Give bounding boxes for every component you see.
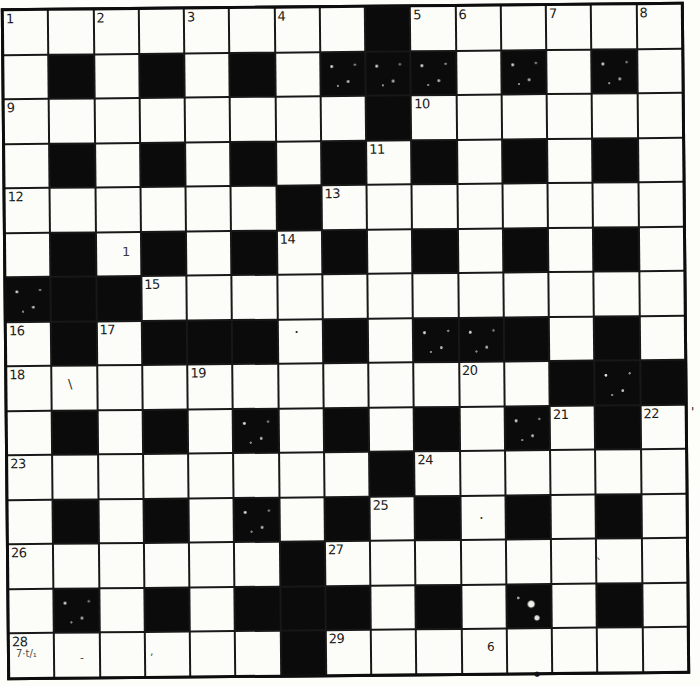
clue-number: 14	[280, 231, 296, 246]
cell-r3c12[interactable]	[503, 95, 547, 138]
cell-r5c14[interactable]	[594, 183, 638, 226]
cell-r2c8	[321, 52, 365, 95]
cell-r11c10[interactable]: 24	[415, 452, 459, 495]
cell-r10c15[interactable]: 22	[641, 406, 685, 449]
cell-r8c13[interactable]	[550, 317, 594, 360]
cell-r10c1[interactable]	[8, 412, 52, 455]
cell-r6c15[interactable]	[640, 227, 684, 270]
cell-r4c10	[412, 141, 456, 184]
cell-r9c11[interactable]: 20	[460, 363, 504, 406]
cell-r9c7[interactable]	[279, 364, 323, 407]
cell-r3c4[interactable]	[140, 99, 184, 142]
cell-r13c10[interactable]	[416, 541, 460, 584]
cell-r13c13[interactable]	[552, 540, 596, 583]
clue-number: 20	[462, 363, 478, 378]
cell-r3c8[interactable]	[322, 97, 366, 140]
cell-r4c12	[503, 140, 547, 183]
cell-r7c8[interactable]	[323, 275, 367, 318]
cell-r15c7	[281, 632, 325, 675]
cell-r13c8[interactable]: 27	[326, 542, 370, 585]
cell-r11c2[interactable]	[53, 456, 97, 499]
cell-r14c1[interactable]	[9, 590, 53, 633]
cell-r3c5[interactable]	[186, 98, 230, 141]
cell-r11c5[interactable]	[189, 454, 233, 497]
cell-r6c6	[232, 231, 276, 274]
cell-r13c7	[281, 543, 325, 586]
cell-r12c9[interactable]: 25	[371, 497, 415, 540]
clue-number: 17	[99, 322, 115, 337]
cell-r1c15[interactable]: 8	[638, 5, 682, 48]
cell-r13c5[interactable]	[190, 543, 234, 586]
cell-r7c2	[52, 278, 96, 321]
cell-r9c1[interactable]: 18	[7, 367, 51, 410]
cell-r15c8[interactable]: 29	[327, 631, 371, 674]
cell-r7c12[interactable]	[504, 273, 548, 316]
cell-r12c12	[506, 496, 550, 539]
cell-r9c15	[641, 361, 685, 404]
cell-r15c2[interactable]	[55, 634, 99, 677]
cell-r3c6[interactable]	[231, 98, 275, 141]
cell-r11c7[interactable]	[280, 454, 324, 497]
cell-r2c2	[50, 55, 94, 98]
cell-r13c11[interactable]	[462, 541, 506, 584]
cell-r13c4[interactable]	[145, 544, 189, 587]
cell-r7c3	[97, 277, 141, 320]
cell-r10c13[interactable]: 21	[551, 406, 595, 449]
clue-number: 27	[328, 542, 344, 557]
cell-r4c15[interactable]	[639, 138, 683, 181]
cell-r8c9[interactable]	[369, 319, 413, 362]
cell-r10c3[interactable]	[98, 411, 142, 454]
cell-r10c9[interactable]	[370, 408, 414, 451]
cell-r9c3[interactable]	[98, 366, 142, 409]
cell-r15c11[interactable]	[462, 630, 506, 673]
cell-r12c8	[325, 498, 369, 541]
cell-r9c6[interactable]	[234, 365, 278, 408]
cell-r13c1[interactable]: 26	[9, 545, 53, 588]
clue-number: 19	[190, 366, 206, 381]
cell-r12c7[interactable]	[280, 498, 324, 541]
cell-r13c2[interactable]	[54, 545, 98, 588]
cell-r9c5[interactable]: 19	[188, 365, 232, 408]
cell-r2c9	[366, 52, 410, 95]
cell-r10c5[interactable]	[189, 410, 233, 453]
cell-r3c1[interactable]: 9	[5, 100, 49, 143]
clue-number: 7	[549, 6, 557, 21]
cell-r11c8[interactable]	[325, 453, 369, 496]
clue-number: 26	[11, 545, 27, 560]
cell-r11c9	[370, 453, 414, 496]
cell-r7c6[interactable]	[233, 276, 277, 319]
clue-number: 28	[12, 635, 28, 650]
cell-r8c7[interactable]	[278, 320, 322, 363]
cell-r15c10[interactable]	[417, 630, 461, 673]
cell-r5c8[interactable]: 13	[322, 186, 366, 229]
cell-r2c10	[412, 51, 456, 94]
cell-r14c15[interactable]	[643, 584, 687, 627]
cell-r6c11[interactable]	[459, 229, 503, 272]
clue-number: 29	[329, 631, 345, 646]
cell-r5c12[interactable]	[503, 184, 547, 227]
cell-r14c12	[507, 585, 551, 628]
cell-r12c1[interactable]	[9, 501, 53, 544]
cell-r14c6	[236, 588, 280, 631]
cell-r2c1[interactable]	[4, 55, 48, 98]
cell-r5c1[interactable]: 12	[6, 189, 50, 232]
cell-r12c11[interactable]	[461, 496, 505, 539]
cell-r10c11[interactable]	[460, 407, 504, 450]
cell-r3c2[interactable]	[50, 99, 94, 142]
clue-number: 5	[413, 7, 421, 22]
cell-r8c15[interactable]	[641, 316, 685, 359]
cell-r7c1	[6, 278, 50, 321]
cell-r13c12[interactable]	[507, 540, 551, 583]
cell-r15c3[interactable]	[100, 633, 144, 676]
cell-r6c7[interactable]: 14	[278, 231, 322, 274]
cell-r8c3[interactable]: 17	[97, 322, 141, 365]
cell-r5c7	[277, 186, 321, 229]
cell-r5c3[interactable]	[96, 188, 140, 231]
cell-r11c13[interactable]	[551, 451, 595, 494]
cell-r4c5[interactable]	[186, 143, 230, 186]
cell-r6c5[interactable]	[187, 232, 231, 275]
clue-number: 15	[144, 277, 160, 292]
cell-r8c1[interactable]: 16	[7, 323, 51, 366]
cell-r9c2[interactable]	[53, 367, 97, 410]
cell-r6c10	[413, 230, 457, 273]
cell-r8c2	[52, 322, 96, 365]
cell-r8c10	[414, 319, 458, 362]
cell-r2c7[interactable]	[276, 53, 320, 96]
cell-r4c1[interactable]	[5, 144, 49, 187]
cell-r14c3[interactable]	[100, 589, 144, 632]
cell-r2c6	[231, 53, 275, 96]
cell-r14c14	[598, 584, 642, 627]
cell-r11c12[interactable]	[506, 451, 550, 494]
cell-r12c3[interactable]	[99, 500, 143, 543]
cell-r5c4[interactable]	[141, 188, 185, 231]
cell-r7c14[interactable]	[595, 272, 639, 315]
cell-r8c11	[459, 318, 503, 361]
cell-r6c12	[504, 229, 548, 272]
cell-r1c3[interactable]: 2	[94, 10, 138, 53]
cell-r1c13[interactable]: 7	[547, 6, 591, 49]
cell-r10c14	[596, 406, 640, 449]
cell-r2c12	[502, 51, 546, 94]
cell-r15c6[interactable]	[236, 632, 280, 675]
cell-r10c12	[506, 407, 550, 450]
cell-r1c12[interactable]	[502, 6, 546, 49]
clue-number: 24	[417, 452, 433, 467]
cell-r2c11[interactable]	[457, 51, 501, 94]
cell-r9c8[interactable]	[324, 364, 368, 407]
cell-r11c14[interactable]	[597, 451, 641, 494]
cell-r10c8	[325, 409, 369, 452]
cell-r7c11[interactable]	[459, 274, 503, 317]
cell-r9c14	[596, 361, 640, 404]
cell-r14c5[interactable]	[190, 588, 234, 631]
cell-r1c1[interactable]: 1	[4, 11, 48, 54]
cell-r15c5[interactable]	[191, 633, 235, 676]
cell-r12c5[interactable]	[190, 499, 234, 542]
cell-r1c14[interactable]	[592, 5, 636, 48]
cell-r11c11[interactable]	[461, 452, 505, 495]
cell-r14c11[interactable]	[462, 585, 506, 628]
cell-r14c4	[145, 588, 189, 631]
cell-r1c2[interactable]	[49, 10, 93, 53]
cell-r11c15[interactable]	[642, 450, 686, 493]
cell-r4c14	[594, 139, 638, 182]
cell-r4c8	[322, 141, 366, 184]
cell-r15c15[interactable]	[643, 628, 687, 671]
cell-r8c4	[143, 321, 187, 364]
cell-r7c15[interactable]	[640, 272, 684, 315]
cell-r5c15[interactable]	[639, 183, 683, 226]
cell-r5c5[interactable]	[187, 187, 231, 230]
scanned-puzzle-page: 1234567891011121314151617181920212223242…	[0, 0, 700, 686]
cell-r5c10[interactable]	[413, 185, 457, 228]
cell-r12c4	[144, 499, 188, 542]
cell-r5c2[interactable]	[51, 189, 95, 232]
clue-number: 18	[9, 367, 25, 382]
clue-number: 1	[6, 11, 14, 26]
cell-r6c8	[323, 230, 367, 273]
cell-r1c4[interactable]	[140, 10, 184, 53]
cell-r3c13[interactable]	[548, 95, 592, 138]
cell-r4c3[interactable]	[96, 144, 140, 187]
cell-r13c3[interactable]	[99, 544, 143, 587]
clue-number: 16	[9, 323, 25, 338]
cell-r8c5	[188, 321, 232, 364]
cell-r10c10	[415, 408, 459, 451]
cell-r12c14	[597, 495, 641, 538]
cell-r5c13[interactable]	[549, 184, 593, 227]
cell-r3c3[interactable]	[95, 99, 139, 142]
cell-r1c7[interactable]: 4	[275, 8, 319, 51]
cell-r5c9[interactable]	[368, 185, 412, 228]
cell-r4c9[interactable]: 11	[367, 141, 411, 184]
cell-r1c6[interactable]	[230, 9, 274, 52]
cell-r5c6[interactable]	[232, 187, 276, 230]
cell-r15c13[interactable]	[553, 629, 597, 672]
cell-r4c11[interactable]	[458, 140, 502, 183]
clue-number: 12	[8, 189, 24, 204]
cell-r14c9[interactable]	[371, 586, 415, 629]
clue-number: 25	[373, 497, 389, 512]
cell-r15c9[interactable]	[372, 631, 416, 674]
cell-r7c4[interactable]: 15	[142, 277, 186, 320]
clue-number: 11	[369, 141, 385, 156]
cell-r4c7[interactable]	[277, 142, 321, 185]
cell-r1c5[interactable]: 3	[185, 9, 229, 52]
cell-r3c7[interactable]	[276, 97, 320, 140]
cell-r1c8[interactable]	[321, 8, 365, 51]
cell-r13c6[interactable]	[235, 543, 279, 586]
cell-r2c3[interactable]	[95, 55, 139, 98]
cell-r7c7[interactable]	[278, 275, 322, 318]
cell-r3c10[interactable]: 10	[412, 96, 456, 139]
cell-r8c6	[233, 320, 277, 363]
cell-r9c12[interactable]	[505, 362, 549, 405]
clue-number: 4	[277, 9, 285, 24]
cell-r5c11[interactable]	[458, 185, 502, 228]
cell-r10c2	[53, 411, 97, 454]
clue-number: 23	[10, 456, 26, 471]
cell-r10c4	[143, 410, 187, 453]
cell-r2c14	[593, 50, 637, 93]
cell-r3c11[interactable]	[457, 96, 501, 139]
cell-r15c4[interactable]	[146, 633, 190, 676]
cell-r11c4[interactable]	[144, 455, 188, 498]
cell-r9c4[interactable]	[143, 366, 187, 409]
cell-r1c9	[366, 7, 410, 50]
cell-r12c6	[235, 499, 279, 542]
cell-r15c1[interactable]: 28	[10, 634, 54, 677]
cell-r6c13[interactable]	[549, 228, 593, 271]
cell-r12c10	[416, 497, 460, 540]
cell-r7c5[interactable]	[187, 276, 231, 319]
cell-r14c2	[55, 589, 99, 632]
cell-r4c13[interactable]	[548, 139, 592, 182]
cell-r6c1[interactable]	[6, 233, 50, 276]
cell-r12c15[interactable]	[642, 495, 686, 538]
cell-r15c14[interactable]	[598, 629, 642, 672]
cell-r11c1[interactable]: 23	[8, 456, 52, 499]
cell-r4c2	[50, 144, 94, 187]
cell-r9c9[interactable]	[369, 364, 413, 407]
clue-number: 2	[96, 10, 104, 25]
cell-r10c6	[234, 409, 278, 452]
clue-number: 8	[640, 5, 648, 20]
cell-r1c11[interactable]: 6	[456, 7, 500, 50]
clue-number: 3	[187, 9, 195, 24]
cell-r2c5[interactable]	[185, 54, 229, 97]
cell-r1c10[interactable]: 5	[411, 7, 455, 50]
cell-r12c13[interactable]	[552, 495, 596, 538]
cell-r2c4	[140, 54, 184, 97]
cell-r13c9[interactable]	[371, 542, 415, 585]
cell-r4c6	[231, 142, 275, 185]
cell-r8c12	[505, 318, 549, 361]
cell-r11c6[interactable]	[234, 454, 278, 497]
crossword-grid: 1234567891011121314151617181920212223242…	[1, 2, 690, 681]
cell-r11c3[interactable]	[99, 455, 143, 498]
cell-r6c4	[142, 232, 186, 275]
cell-r7c13[interactable]	[550, 273, 594, 316]
cell-r6c2	[51, 233, 95, 276]
cell-r3c15[interactable]	[638, 94, 682, 137]
cell-r2c13[interactable]	[547, 50, 591, 93]
cell-r14c13[interactable]	[553, 585, 597, 628]
cell-r9c13	[550, 362, 594, 405]
cell-r14c7	[281, 587, 325, 630]
cell-r12c2	[54, 500, 98, 543]
cell-r3c14[interactable]	[593, 94, 637, 137]
clue-number: 10	[414, 96, 430, 111]
cell-r14c10	[417, 586, 461, 629]
cell-r14c8	[326, 587, 370, 630]
cell-r8c14	[595, 317, 639, 360]
cell-r6c9[interactable]	[368, 230, 412, 273]
cell-r7c10[interactable]	[414, 274, 458, 317]
clue-number: 6	[458, 7, 466, 22]
cell-r7c9[interactable]	[368, 275, 412, 318]
clue-number: 13	[324, 186, 340, 201]
cell-r3c9	[367, 96, 411, 139]
cell-r10c7[interactable]	[279, 409, 323, 452]
crossword-board-wrap: 1234567891011121314151617181920212223242…	[1, 2, 690, 681]
clue-number: 21	[553, 407, 569, 422]
cell-r15c12[interactable]	[508, 629, 552, 672]
clue-number: 9	[7, 100, 15, 115]
cell-r13c14[interactable]	[597, 540, 641, 583]
cell-r13c15[interactable]	[643, 539, 687, 582]
cell-r2c15[interactable]	[638, 49, 682, 92]
clue-number: 22	[643, 406, 659, 421]
cell-r9c10[interactable]	[415, 363, 459, 406]
cell-r4c4	[141, 143, 185, 186]
cell-r6c3[interactable]	[96, 233, 140, 276]
cell-r8c8	[324, 320, 368, 363]
cell-r6c14	[594, 228, 638, 271]
stray-scan-mark: '	[691, 406, 694, 418]
